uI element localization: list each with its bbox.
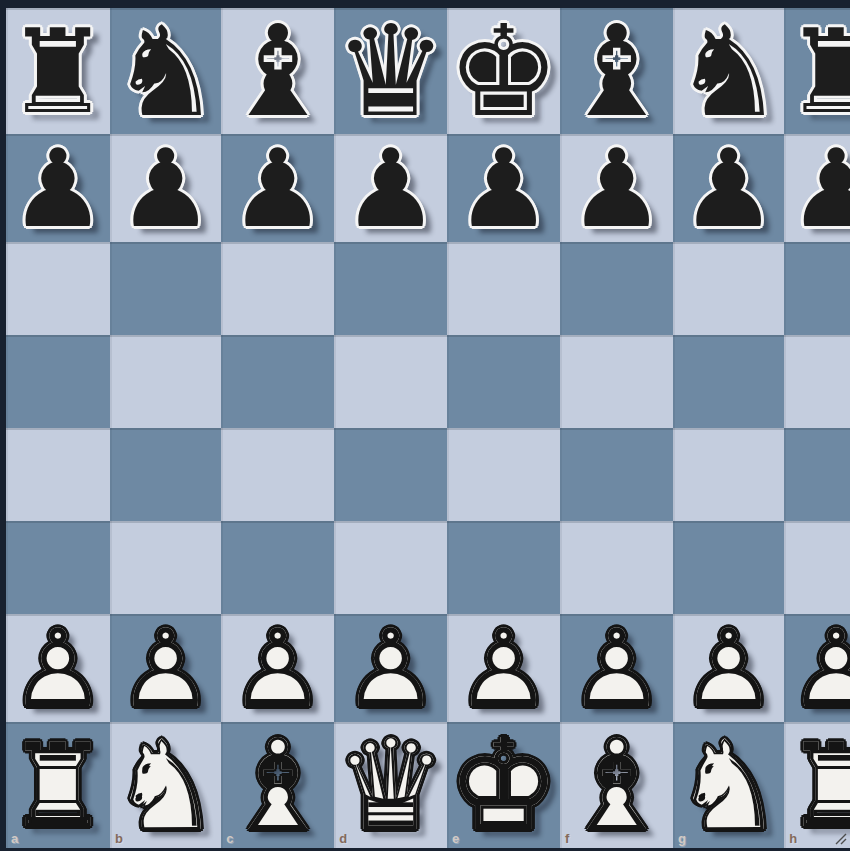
square-f3[interactable]	[560, 521, 673, 614]
square-c5[interactable]	[221, 335, 334, 428]
square-e2[interactable]: ♟♙	[447, 614, 560, 722]
square-e3[interactable]	[447, 521, 560, 614]
square-b4[interactable]	[110, 428, 221, 521]
square-g1[interactable]: g♞♘	[673, 722, 784, 848]
white-piece-outline: ♙	[680, 615, 777, 723]
square-g7[interactable]: ♟	[673, 134, 784, 242]
white-piece-outline: ♖	[6, 728, 110, 844]
square-e1[interactable]: e♚♔	[447, 722, 560, 848]
square-d3[interactable]	[334, 521, 447, 614]
square-c8[interactable]: ♝	[221, 8, 334, 134]
square-f2[interactable]: ♟♙	[560, 614, 673, 722]
white-piece-outline: ♙	[10, 615, 107, 723]
piece-white-pawn[interactable]: ♟♙	[788, 615, 850, 723]
square-h5[interactable]: 5	[784, 335, 850, 428]
square-g4[interactable]	[673, 428, 784, 521]
square-b2[interactable]: ♟♙	[110, 614, 221, 722]
piece-black-pawn[interactable]: ♟	[117, 135, 214, 243]
piece-black-rook[interactable]: ♜	[784, 14, 850, 130]
white-piece-outline: ♗	[221, 723, 334, 849]
white-piece-outline: ♕	[334, 723, 447, 849]
piece-white-pawn[interactable]: ♟♙	[117, 615, 214, 723]
square-d1[interactable]: d♛♕	[334, 722, 447, 848]
square-a5[interactable]	[6, 335, 110, 428]
square-f6[interactable]	[560, 242, 673, 335]
piece-black-pawn[interactable]: ♟	[10, 135, 107, 243]
square-f1[interactable]: f♝♗	[560, 722, 673, 848]
white-piece-outline: ♙	[568, 615, 665, 723]
piece-white-rook[interactable]: ♜♖	[6, 728, 110, 844]
square-b8[interactable]: ♞	[110, 8, 221, 134]
piece-white-bishop[interactable]: ♝♗	[560, 723, 673, 849]
square-g8[interactable]: ♞	[673, 8, 784, 134]
square-h3[interactable]: 3	[784, 521, 850, 614]
square-a8[interactable]: ♜	[6, 8, 110, 134]
square-h1[interactable]: 1h♜♖	[784, 722, 850, 848]
square-f4[interactable]	[560, 428, 673, 521]
square-f7[interactable]: ♟	[560, 134, 673, 242]
square-a6[interactable]	[6, 242, 110, 335]
square-g3[interactable]	[673, 521, 784, 614]
square-g6[interactable]	[673, 242, 784, 335]
square-f8[interactable]: ♝	[560, 8, 673, 134]
piece-white-pawn[interactable]: ♟♙	[342, 615, 439, 723]
square-e5[interactable]	[447, 335, 560, 428]
piece-black-pawn[interactable]: ♟	[568, 135, 665, 243]
square-h4[interactable]: 4	[784, 428, 850, 521]
white-piece-outline: ♖	[784, 728, 850, 844]
square-d8[interactable]: ♛	[334, 8, 447, 134]
piece-white-pawn[interactable]: ♟♙	[10, 615, 107, 723]
square-a7[interactable]: ♟	[6, 134, 110, 242]
piece-black-knight[interactable]: ♞	[110, 10, 221, 134]
piece-black-knight[interactable]: ♞	[673, 10, 784, 134]
square-e6[interactable]	[447, 242, 560, 335]
square-b6[interactable]	[110, 242, 221, 335]
piece-black-bishop[interactable]: ♝	[221, 9, 334, 135]
white-piece-outline: ♙	[229, 615, 326, 723]
square-h6[interactable]: 6	[784, 242, 850, 335]
piece-white-king[interactable]: ♚♔	[447, 723, 560, 849]
piece-white-knight[interactable]: ♞♘	[110, 724, 221, 848]
piece-black-pawn[interactable]: ♟	[455, 135, 552, 243]
chess-board: ♜♞♝♛♚♝♞8♜♟♟♟♟♟♟♟7♟6543♟♙♟♙♟♙♟♙♟♙♟♙♟♙2♟♙a…	[6, 8, 850, 848]
square-g2[interactable]: ♟♙	[673, 614, 784, 722]
square-a1[interactable]: a♜♖	[6, 722, 110, 848]
square-g5[interactable]	[673, 335, 784, 428]
square-d4[interactable]	[334, 428, 447, 521]
square-e8[interactable]: ♚	[447, 8, 560, 134]
piece-white-pawn[interactable]: ♟♙	[229, 615, 326, 723]
square-d5[interactable]	[334, 335, 447, 428]
square-f5[interactable]	[560, 335, 673, 428]
piece-black-king[interactable]: ♚	[447, 9, 560, 135]
piece-white-pawn[interactable]: ♟♙	[680, 615, 777, 723]
white-piece-outline: ♗	[560, 723, 673, 849]
square-d6[interactable]	[334, 242, 447, 335]
piece-white-knight[interactable]: ♞♘	[673, 724, 784, 848]
piece-white-pawn[interactable]: ♟♙	[455, 615, 552, 723]
square-c4[interactable]	[221, 428, 334, 521]
white-piece-outline: ♙	[788, 615, 850, 723]
piece-black-queen[interactable]: ♛	[334, 9, 447, 135]
square-b3[interactable]	[110, 521, 221, 614]
white-piece-outline: ♔	[447, 723, 560, 849]
square-c2[interactable]: ♟♙	[221, 614, 334, 722]
square-c3[interactable]	[221, 521, 334, 614]
square-b1[interactable]: b♞♘	[110, 722, 221, 848]
piece-black-rook[interactable]: ♜	[6, 14, 110, 130]
piece-white-pawn[interactable]: ♟♙	[568, 615, 665, 723]
piece-black-bishop[interactable]: ♝	[560, 9, 673, 135]
square-d7[interactable]: ♟	[334, 134, 447, 242]
piece-white-rook[interactable]: ♜♖	[784, 728, 850, 844]
square-c1[interactable]: c♝♗	[221, 722, 334, 848]
chess-app-window: ♜♞♝♛♚♝♞8♜♟♟♟♟♟♟♟7♟6543♟♙♟♙♟♙♟♙♟♙♟♙♟♙2♟♙a…	[0, 0, 850, 851]
white-piece-outline: ♙	[455, 615, 552, 723]
white-piece-outline: ♘	[673, 724, 784, 848]
piece-white-bishop[interactable]: ♝♗	[221, 723, 334, 849]
square-a3[interactable]	[6, 521, 110, 614]
white-piece-outline: ♘	[110, 724, 221, 848]
square-h7[interactable]: 7♟	[784, 134, 850, 242]
square-h2[interactable]: 2♟♙	[784, 614, 850, 722]
square-d2[interactable]: ♟♙	[334, 614, 447, 722]
square-b5[interactable]	[110, 335, 221, 428]
white-piece-outline: ♙	[117, 615, 214, 723]
white-piece-outline: ♙	[342, 615, 439, 723]
square-e4[interactable]	[447, 428, 560, 521]
square-a4[interactable]	[6, 428, 110, 521]
piece-black-pawn[interactable]: ♟	[788, 135, 850, 243]
square-e7[interactable]: ♟	[447, 134, 560, 242]
piece-black-pawn[interactable]: ♟	[229, 135, 326, 243]
square-h8[interactable]: 8♜	[784, 8, 850, 134]
square-b7[interactable]: ♟	[110, 134, 221, 242]
square-c6[interactable]	[221, 242, 334, 335]
resize-gripper-icon[interactable]	[834, 832, 848, 846]
piece-white-queen[interactable]: ♛♕	[334, 723, 447, 849]
piece-black-pawn[interactable]: ♟	[342, 135, 439, 243]
square-a2[interactable]: ♟♙	[6, 614, 110, 722]
piece-black-pawn[interactable]: ♟	[680, 135, 777, 243]
square-c7[interactable]: ♟	[221, 134, 334, 242]
